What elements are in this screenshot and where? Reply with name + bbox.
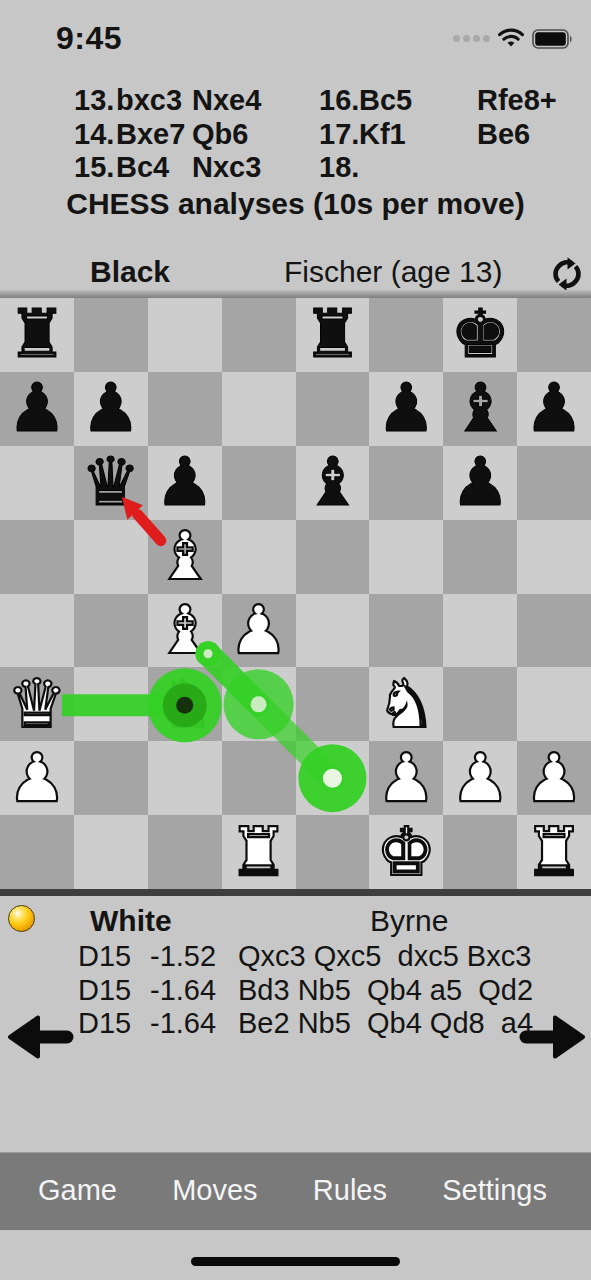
black-move-r2: Nxc3: [192, 151, 319, 185]
square-b5[interactable]: [74, 520, 148, 594]
battery-icon: [532, 29, 573, 49]
square-c2[interactable]: [148, 741, 222, 815]
white-rook-d1: ♜: [222, 815, 296, 889]
white-pawn-a2: ♟: [0, 741, 74, 815]
square-b7[interactable]: ♟: [74, 372, 148, 446]
black-pawn-c6: ♟: [148, 446, 222, 520]
black-move-r2: [477, 151, 586, 185]
square-a4[interactable]: [0, 594, 74, 668]
square-b6[interactable]: ♛: [74, 446, 148, 520]
black-king-g8: ♚: [443, 298, 517, 372]
app-screen: 9:45 13.bxc3Nxe416.Bc5Rfe8+14.Bxe7Qb617.…: [0, 0, 591, 1280]
next-move-button[interactable]: [518, 1010, 588, 1064]
square-d4[interactable]: ♟: [222, 594, 296, 668]
side-label-white: White: [90, 904, 172, 938]
square-b4[interactable]: [74, 594, 148, 668]
square-e7[interactable]: [296, 372, 370, 446]
square-a8[interactable]: ♜: [0, 298, 74, 372]
square-d7[interactable]: [222, 372, 296, 446]
bottom-tab-bar: GameMovesRulesSettings: [0, 1152, 591, 1230]
square-d5[interactable]: [222, 520, 296, 594]
white-move-r0: Bc5: [359, 84, 477, 118]
square-g7[interactable]: ♝: [443, 372, 517, 446]
analysis-ev-0: -1.52: [150, 940, 238, 974]
square-c3[interactable]: ♞: [148, 667, 222, 741]
move-list: 13.bxc3Nxe416.Bc5Rfe8+14.Bxe7Qb617.Kf1Be…: [74, 84, 586, 185]
white-move-r1: Bxe7: [116, 118, 192, 152]
white-pawn-h2: ♟: [517, 741, 591, 815]
square-f7[interactable]: ♟: [369, 372, 443, 446]
square-f1[interactable]: ♚: [369, 815, 443, 889]
move-number-r2: 18.: [319, 151, 359, 185]
square-c8[interactable]: [148, 298, 222, 372]
tab-game[interactable]: Game: [38, 1174, 117, 1207]
square-b1[interactable]: [74, 815, 148, 889]
board-area: ♜♜♚♟♟♟♝♟♛♟♝♟♝♝♟♛♞♞♟♟♟♟♜♚♜: [0, 298, 591, 889]
analysis-line-2: D15-1.64Be2 Nb5 Qb4 Qd8 a4: [78, 1007, 533, 1041]
analysis-line-1: D15-1.64Bd3 Nb5 Qb4 a5 Qd2: [78, 974, 533, 1008]
analysis-line-0: D15-1.52Qxc3 Qxc5 dxc5 Bxc3: [78, 940, 533, 974]
square-e2[interactable]: [296, 741, 370, 815]
analysis-eco-1: D15: [78, 974, 150, 1008]
black-move-r1: Be6: [477, 118, 586, 152]
square-h7[interactable]: ♟: [517, 372, 591, 446]
square-h1[interactable]: ♜: [517, 815, 591, 889]
analysis-eco-0: D15: [78, 940, 150, 974]
square-h3[interactable]: [517, 667, 591, 741]
black-bishop-e6: ♝: [296, 446, 370, 520]
white-move-r1: Kf1: [359, 118, 477, 152]
square-f6[interactable]: [369, 446, 443, 520]
white-pawn-d4: ♟: [222, 594, 296, 668]
square-h4[interactable]: [517, 594, 591, 668]
square-c5[interactable]: ♝: [148, 520, 222, 594]
move-number-r0: 16.: [319, 84, 359, 118]
black-pawn-a7: ♟: [0, 372, 74, 446]
square-g1[interactable]: [443, 815, 517, 889]
square-c6[interactable]: ♟: [148, 446, 222, 520]
square-g3[interactable]: [443, 667, 517, 741]
white-queen-a3: ♛: [0, 667, 74, 741]
square-f5[interactable]: [369, 520, 443, 594]
square-g4[interactable]: [443, 594, 517, 668]
white-king-f1: ♚: [369, 815, 443, 889]
square-d3[interactable]: [222, 667, 296, 741]
cellular-signal-icon: [453, 35, 490, 42]
white-move-r2: Bc4: [116, 151, 192, 185]
square-d8[interactable]: [222, 298, 296, 372]
white-player-row: White Byrne: [0, 904, 591, 940]
analysis-mv-0: Qxc3 Qxc5 dxc5 Bxc3: [238, 940, 531, 974]
square-e5[interactable]: [296, 520, 370, 594]
black-player-row: Black Fischer (age 13): [0, 255, 591, 291]
square-a3[interactable]: ♛: [0, 667, 74, 741]
square-a7[interactable]: ♟: [0, 372, 74, 446]
move-number-r0: 13.: [74, 84, 116, 118]
black-rook-a8: ♜: [0, 298, 74, 372]
page-title: CHESS analyses (10s per move): [0, 187, 591, 221]
square-f2[interactable]: ♟: [369, 741, 443, 815]
analysis-ev-2: -1.64: [150, 1007, 238, 1041]
square-c1[interactable]: [148, 815, 222, 889]
square-g2[interactable]: ♟: [443, 741, 517, 815]
move-number-r1: 17.: [319, 118, 359, 152]
board-bottom-edge: [0, 889, 591, 896]
square-g8[interactable]: ♚: [443, 298, 517, 372]
previous-move-button[interactable]: [5, 1010, 75, 1064]
player-name-black: Fischer (age 13): [284, 255, 502, 289]
analysis-ev-1: -1.64: [150, 974, 238, 1008]
player-name-white: Byrne: [370, 904, 448, 938]
black-move-r0: Rfe8+: [477, 84, 586, 118]
white-bishop-c5: ♝: [148, 520, 222, 594]
square-g5[interactable]: [443, 520, 517, 594]
black-move-r0: Nxe4: [192, 84, 319, 118]
square-a6[interactable]: [0, 446, 74, 520]
side-label-black: Black: [90, 255, 170, 289]
square-c7[interactable]: [148, 372, 222, 446]
black-knight-c3: ♞: [148, 667, 222, 741]
square-b2[interactable]: [74, 741, 148, 815]
move-number-r1: 14.: [74, 118, 116, 152]
square-a2[interactable]: ♟: [0, 741, 74, 815]
square-h5[interactable]: [517, 520, 591, 594]
tab-moves[interactable]: Moves: [172, 1174, 257, 1207]
move-number-r2: 15.: [74, 151, 116, 185]
square-e4[interactable]: [296, 594, 370, 668]
square-h2[interactable]: ♟: [517, 741, 591, 815]
square-e8[interactable]: ♜: [296, 298, 370, 372]
side-to-move-ball-icon: [8, 905, 35, 932]
square-a1[interactable]: [0, 815, 74, 889]
black-pawn-g6: ♟: [443, 446, 517, 520]
white-rook-h1: ♜: [517, 815, 591, 889]
tab-settings[interactable]: Settings: [442, 1174, 547, 1207]
square-d1[interactable]: ♜: [222, 815, 296, 889]
home-indicator[interactable]: [191, 1257, 400, 1266]
square-f3[interactable]: ♞: [369, 667, 443, 741]
white-move-r2: [359, 151, 477, 185]
tab-rules[interactable]: Rules: [313, 1174, 387, 1207]
square-h8[interactable]: [517, 298, 591, 372]
square-a5[interactable]: [0, 520, 74, 594]
wifi-icon: [497, 28, 525, 49]
analysis-mv-2: Be2 Nb5 Qb4 Qd8 a4: [238, 1007, 533, 1041]
black-rook-e8: ♜: [296, 298, 370, 372]
white-pawn-g2: ♟: [443, 741, 517, 815]
status-bar-icons: [453, 28, 573, 49]
black-pawn-h7: ♟: [517, 372, 591, 446]
black-pawn-f7: ♟: [369, 372, 443, 446]
black-bishop-g7: ♝: [443, 372, 517, 446]
white-knight-f3: ♞: [369, 667, 443, 741]
square-b3[interactable]: [74, 667, 148, 741]
flip-board-icon[interactable]: [548, 255, 586, 293]
square-g6[interactable]: ♟: [443, 446, 517, 520]
analysis-lines: D15-1.52Qxc3 Qxc5 dxc5 Bxc3D15-1.64Bd3 N…: [78, 940, 533, 1041]
white-bishop-c4: ♝: [148, 594, 222, 668]
square-f4[interactable]: [369, 594, 443, 668]
analysis-mv-1: Bd3 Nb5 Qb4 a5 Qd2: [238, 974, 533, 1008]
white-pawn-f2: ♟: [369, 741, 443, 815]
status-bar-time: 9:45: [56, 20, 122, 57]
black-move-r1: Qb6: [192, 118, 319, 152]
square-e1[interactable]: [296, 815, 370, 889]
square-d2[interactable]: [222, 741, 296, 815]
black-pawn-b7: ♟: [74, 372, 148, 446]
analysis-eco-2: D15: [78, 1007, 150, 1041]
square-f8[interactable]: [369, 298, 443, 372]
square-c4[interactable]: ♝: [148, 594, 222, 668]
black-queen-b6: ♛: [74, 446, 148, 520]
square-e6[interactable]: ♝: [296, 446, 370, 520]
square-h6[interactable]: [517, 446, 591, 520]
white-move-r0: bxc3: [116, 84, 192, 118]
square-e3[interactable]: [296, 667, 370, 741]
chess-board[interactable]: ♜♜♚♟♟♟♝♟♛♟♝♟♝♝♟♛♞♞♟♟♟♟♜♚♜: [0, 298, 591, 889]
square-b8[interactable]: [74, 298, 148, 372]
square-d6[interactable]: [222, 446, 296, 520]
